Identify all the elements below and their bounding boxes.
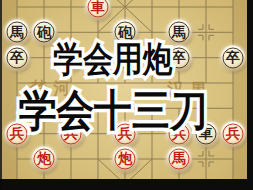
title-line1-fill: 学会用炮 <box>54 39 173 78</box>
piece-character: 卒 <box>221 45 246 70</box>
piece-character: 炮 <box>113 146 138 171</box>
xiangqi-thumbnail: 楚河 汉界 車馬砲砲馬卒卒卒卒卒兵兵兵兵車兵炮炮馬 学会用炮学会用炮 学会十三刀… <box>0 0 253 190</box>
black-horse[interactable]: 馬 <box>5 20 30 45</box>
piece-character: 馬 <box>5 20 30 45</box>
red-chariot[interactable]: 車 <box>86 0 111 20</box>
title-overlay-line2: 学会十三刀学会十三刀 <box>18 82 207 140</box>
red-soldier[interactable]: 兵 <box>221 121 246 146</box>
red-horse[interactable]: 馬 <box>167 146 192 171</box>
title-overlay-line1: 学会用炮学会用炮 <box>54 36 173 83</box>
piece-character: 馬 <box>167 146 192 171</box>
black-soldier[interactable]: 卒 <box>221 45 246 70</box>
red-cannon[interactable]: 炮 <box>32 146 57 171</box>
red-cannon[interactable]: 炮 <box>113 146 138 171</box>
letterbox-bar-right <box>247 0 253 190</box>
letterbox-bar-bottom <box>0 179 253 190</box>
letterbox-bar-left <box>0 0 2 190</box>
piece-character: 兵 <box>221 121 246 146</box>
title-line2-fill: 学会十三刀 <box>18 86 207 134</box>
piece-character: 車 <box>86 0 111 20</box>
piece-character: 炮 <box>32 146 57 171</box>
black-soldier[interactable]: 卒 <box>5 45 30 70</box>
piece-character: 卒 <box>5 45 30 70</box>
